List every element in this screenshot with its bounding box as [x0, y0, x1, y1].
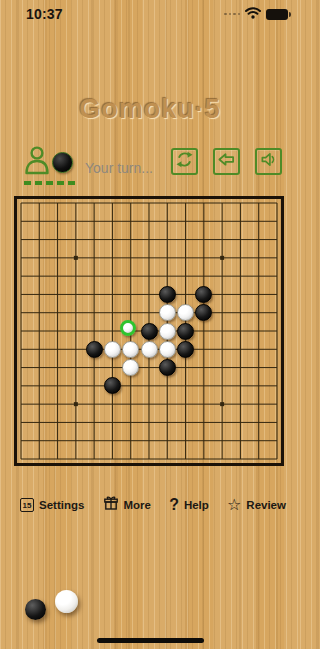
review-button[interactable]: ☆ Review — [227, 497, 286, 513]
help-label: Help — [184, 499, 209, 511]
restart-button[interactable] — [171, 148, 198, 175]
black-stone — [141, 323, 158, 340]
white-stone — [141, 341, 158, 358]
board[interactable] — [14, 196, 284, 466]
help-button[interactable]: ? Help — [169, 496, 209, 514]
black-stone — [159, 359, 176, 376]
settings-label: Settings — [39, 499, 84, 511]
speaker-icon — [259, 150, 278, 173]
question-mark-icon: ? — [169, 496, 179, 514]
more-label: More — [124, 499, 151, 511]
white-stone — [122, 341, 139, 358]
bottom-toolbar: 15 Settings More ? Help ☆ Review — [0, 494, 300, 516]
clock: 10:37 — [26, 6, 63, 22]
black-stone — [177, 341, 194, 358]
person-icon — [24, 145, 50, 179]
decor-stone-black — [25, 599, 46, 620]
restart-icon — [175, 150, 194, 173]
black-stone — [177, 323, 194, 340]
player-underline — [24, 181, 76, 185]
battery-icon — [266, 9, 288, 20]
white-stone-last-move — [120, 320, 136, 336]
white-stone — [159, 323, 176, 340]
turn-status-text: Your turn... — [85, 160, 153, 176]
undo-arrow-icon — [217, 150, 236, 173]
star-outline-icon: ☆ — [227, 497, 241, 513]
current-player-indicator — [24, 146, 76, 185]
app-title: Gomoku·5 — [0, 94, 300, 125]
white-stone — [104, 341, 121, 358]
white-stone — [159, 341, 176, 358]
review-label: Review — [246, 499, 286, 511]
sound-button[interactable] — [255, 148, 282, 175]
undo-button[interactable] — [213, 148, 240, 175]
board-size-15-icon: 15 — [20, 498, 34, 512]
wifi-icon — [245, 5, 261, 23]
white-stone — [159, 304, 176, 321]
settings-button[interactable]: 15 Settings — [20, 498, 84, 512]
home-indicator[interactable] — [97, 638, 204, 643]
more-button[interactable]: More — [103, 495, 151, 515]
black-stone — [86, 341, 103, 358]
cellular-signal-icon — [224, 13, 240, 16]
gift-icon — [103, 495, 119, 515]
black-stone — [159, 286, 176, 303]
player-stone-black — [52, 152, 73, 173]
player-bar: Your turn... — [0, 146, 300, 186]
status-bar: 10:37 — [0, 0, 300, 28]
decor-stone-white — [55, 590, 78, 613]
